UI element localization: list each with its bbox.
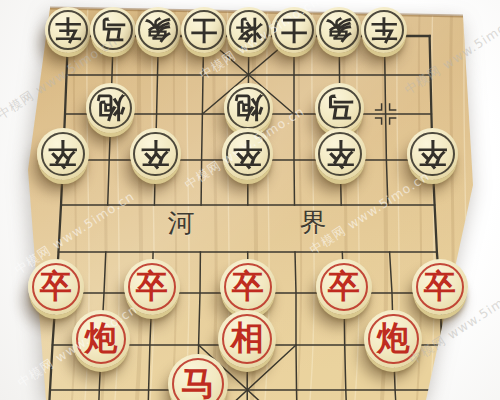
- piece-character: 卒: [130, 128, 181, 179]
- piece-character: 士: [181, 7, 227, 53]
- piece-character: 车: [45, 7, 91, 53]
- piece-character: 卒: [124, 259, 180, 315]
- piece-character: 马: [168, 354, 228, 400]
- piece-black-soldier[interactable]: 卒: [37, 128, 88, 179]
- piece-character: 卒: [28, 259, 84, 315]
- piece-character: 象: [316, 7, 362, 53]
- piece-black-advisor[interactable]: 士: [271, 7, 317, 53]
- piece-black-soldier[interactable]: 卒: [315, 128, 366, 179]
- piece-red-soldier[interactable]: 卒: [220, 259, 276, 315]
- piece-character: 炮: [224, 83, 273, 132]
- piece-black-general[interactable]: 将: [226, 7, 272, 53]
- piece-black-horse[interactable]: 马: [315, 83, 364, 132]
- piece-black-cannon[interactable]: 炮: [224, 83, 273, 132]
- piece-red-horse[interactable]: 马: [168, 354, 228, 400]
- piece-character: 士: [271, 7, 317, 53]
- piece-character: 炮: [364, 310, 422, 368]
- river-label-left: 河: [168, 206, 195, 241]
- piece-black-rook[interactable]: 车: [361, 7, 407, 53]
- piece-character: 卒: [220, 259, 276, 315]
- piece-red-soldier[interactable]: 卒: [124, 259, 180, 315]
- piece-character: 车: [361, 7, 407, 53]
- piece-black-rook[interactable]: 车: [45, 7, 91, 53]
- piece-red-cannon[interactable]: 炮: [364, 310, 422, 368]
- piece-character: 炮: [86, 83, 135, 132]
- piece-character: 马: [315, 83, 364, 132]
- piece-character: 卒: [222, 128, 273, 179]
- piece-character: 象: [135, 7, 181, 53]
- piece-character: 将: [226, 7, 272, 53]
- piece-red-soldier[interactable]: 卒: [316, 259, 372, 315]
- river-label-right: 界: [300, 205, 327, 240]
- piece-black-soldier[interactable]: 卒: [130, 128, 181, 179]
- piece-red-soldier[interactable]: 卒: [412, 259, 468, 315]
- piece-character: 卒: [412, 259, 468, 315]
- piece-black-elephant[interactable]: 象: [135, 7, 181, 53]
- piece-black-horse[interactable]: 马: [90, 7, 136, 53]
- piece-character: 马: [90, 7, 136, 53]
- piece-black-cannon[interactable]: 炮: [86, 83, 135, 132]
- piece-character: 卒: [407, 128, 458, 179]
- piece-red-soldier[interactable]: 卒: [28, 259, 84, 315]
- piece-character: 卒: [37, 128, 88, 179]
- xiangqi-scene: 河 界 车马象士将士象车炮炮马卒卒卒卒卒卒卒卒卒卒炮相炮马 中模网 www.5i…: [0, 0, 500, 400]
- piece-red-cannon[interactable]: 炮: [72, 310, 130, 368]
- piece-black-advisor[interactable]: 士: [181, 7, 227, 53]
- piece-black-soldier[interactable]: 卒: [407, 128, 458, 179]
- piece-black-soldier[interactable]: 卒: [222, 128, 273, 179]
- piece-character: 卒: [316, 259, 372, 315]
- piece-character: 卒: [315, 128, 366, 179]
- piece-character: 炮: [72, 310, 130, 368]
- piece-black-elephant[interactable]: 象: [316, 7, 362, 53]
